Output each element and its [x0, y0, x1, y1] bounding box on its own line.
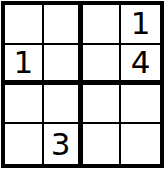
cell-r1c1[interactable] [5, 5, 44, 45]
cell-r3c3[interactable] [83, 85, 122, 125]
cell-r4c3[interactable] [83, 124, 122, 164]
cell-r2c3[interactable] [83, 45, 122, 85]
cell-r4c4[interactable] [121, 124, 160, 164]
cell-r2c1[interactable]: 1 [5, 45, 44, 85]
cell-r3c4[interactable] [121, 85, 160, 125]
cell-r1c4[interactable]: 1 [121, 5, 160, 45]
sudoku-board: 1 1 4 3 [1, 1, 164, 168]
cell-r2c4[interactable]: 4 [121, 45, 160, 85]
cell-r2c2[interactable] [44, 45, 83, 85]
sudoku-page: 1 1 4 3 [0, 0, 165, 169]
cell-r4c2[interactable]: 3 [44, 124, 83, 164]
cell-r3c2[interactable] [44, 85, 83, 125]
cell-r3c1[interactable] [5, 85, 44, 125]
cell-r1c3[interactable] [83, 5, 122, 45]
cell-r1c2[interactable] [44, 5, 83, 45]
cell-r4c1[interactable] [5, 124, 44, 164]
